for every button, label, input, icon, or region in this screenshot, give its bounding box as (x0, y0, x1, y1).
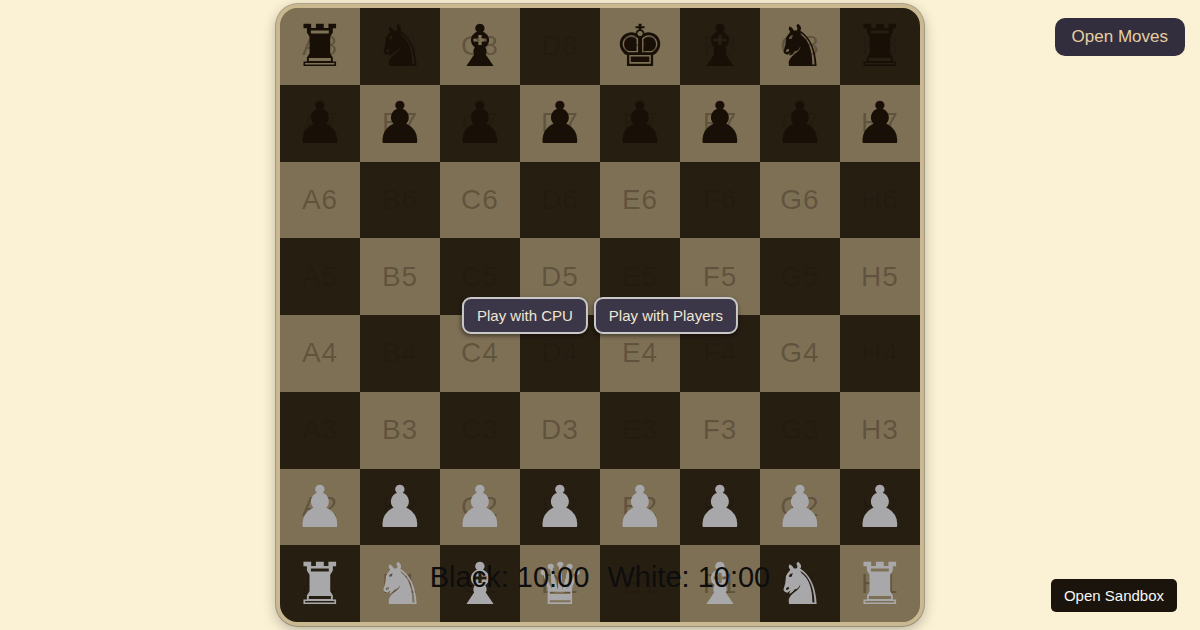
square-h3[interactable]: H3 (840, 392, 920, 469)
square-d8[interactable]: D8 (520, 8, 600, 85)
piece-black-rook[interactable]: ♜ (294, 17, 346, 75)
piece-white-pawn[interactable]: ♟ (694, 478, 746, 536)
square-d6[interactable]: D6 (520, 162, 600, 239)
square-h7[interactable]: H7♟ (840, 85, 920, 162)
square-label: B5 (360, 238, 440, 315)
piece-white-knight[interactable]: ♞ (774, 555, 826, 613)
piece-black-bishop[interactable]: ♝ (454, 17, 506, 75)
square-label: G6 (760, 162, 840, 239)
square-b6[interactable]: B6 (360, 162, 440, 239)
square-b4[interactable]: B4 (360, 315, 440, 392)
play-mode-buttons: Play with CPU Play with Players (462, 297, 738, 334)
piece-black-pawn[interactable]: ♟ (854, 94, 906, 152)
square-c8[interactable]: C8♝ (440, 8, 520, 85)
play-with-cpu-button[interactable]: Play with CPU (462, 297, 588, 334)
square-h5[interactable]: H5 (840, 238, 920, 315)
piece-black-rook[interactable]: ♜ (854, 17, 906, 75)
play-with-players-button[interactable]: Play with Players (594, 297, 738, 334)
square-g1[interactable]: G1♞ (760, 545, 840, 622)
square-f2[interactable]: F2♟ (680, 469, 760, 546)
piece-white-pawn[interactable]: ♟ (614, 478, 666, 536)
square-label: A4 (280, 315, 360, 392)
square-b5[interactable]: B5 (360, 238, 440, 315)
square-b8[interactable]: B8♞ (360, 8, 440, 85)
square-a5[interactable]: A5 (280, 238, 360, 315)
piece-black-king[interactable]: ♚ (614, 17, 666, 75)
open-moves-button[interactable]: Open Moves (1055, 18, 1185, 56)
square-label: A6 (280, 162, 360, 239)
square-c7[interactable]: C7♟ (440, 85, 520, 162)
square-label: F3 (680, 392, 760, 469)
square-b1[interactable]: B1♞ (360, 545, 440, 622)
square-label: D6 (520, 162, 600, 239)
open-sandbox-button[interactable]: Open Sandbox (1051, 579, 1177, 612)
square-e8[interactable]: E8♚ (600, 8, 680, 85)
square-c3[interactable]: C3 (440, 392, 520, 469)
square-e3[interactable]: E3 (600, 392, 680, 469)
square-f3[interactable]: F3 (680, 392, 760, 469)
square-a7[interactable]: A7♟ (280, 85, 360, 162)
piece-black-bishop[interactable]: ♝ (694, 17, 746, 75)
square-g5[interactable]: G5 (760, 238, 840, 315)
piece-white-pawn[interactable]: ♟ (294, 478, 346, 536)
square-label: H3 (840, 392, 920, 469)
piece-black-pawn[interactable]: ♟ (614, 94, 666, 152)
square-label: H5 (840, 238, 920, 315)
piece-black-pawn[interactable]: ♟ (694, 94, 746, 152)
square-a6[interactable]: A6 (280, 162, 360, 239)
square-h2[interactable]: H2♟ (840, 469, 920, 546)
square-label: B6 (360, 162, 440, 239)
square-label: F6 (680, 162, 760, 239)
square-label: E6 (600, 162, 680, 239)
square-c6[interactable]: C6 (440, 162, 520, 239)
piece-black-pawn[interactable]: ♟ (294, 94, 346, 152)
square-label: H6 (840, 162, 920, 239)
square-g3[interactable]: G3 (760, 392, 840, 469)
white-clock: White: 10:00 (607, 561, 770, 594)
square-a1[interactable]: A1♜ (280, 545, 360, 622)
piece-white-pawn[interactable]: ♟ (374, 478, 426, 536)
piece-white-pawn[interactable]: ♟ (454, 478, 506, 536)
square-b7[interactable]: B7♟ (360, 85, 440, 162)
square-label: A3 (280, 392, 360, 469)
square-label: G3 (760, 392, 840, 469)
piece-black-knight[interactable]: ♞ (774, 17, 826, 75)
square-label: C6 (440, 162, 520, 239)
piece-white-rook[interactable]: ♜ (294, 555, 346, 613)
square-label: E3 (600, 392, 680, 469)
square-d3[interactable]: D3 (520, 392, 600, 469)
square-label: H4 (840, 315, 920, 392)
square-a8[interactable]: A8♜ (280, 8, 360, 85)
square-g8[interactable]: G8♞ (760, 8, 840, 85)
square-e7[interactable]: E7♟ (600, 85, 680, 162)
square-g4[interactable]: G4 (760, 315, 840, 392)
piece-white-pawn[interactable]: ♟ (774, 478, 826, 536)
piece-white-pawn[interactable]: ♟ (534, 478, 586, 536)
square-c2[interactable]: C2♟ (440, 469, 520, 546)
piece-black-pawn[interactable]: ♟ (534, 94, 586, 152)
square-label: G4 (760, 315, 840, 392)
square-e2[interactable]: E2♟ (600, 469, 680, 546)
square-g7[interactable]: G7♟ (760, 85, 840, 162)
square-label: C3 (440, 392, 520, 469)
square-label: G5 (760, 238, 840, 315)
square-label: D3 (520, 392, 600, 469)
square-a4[interactable]: A4 (280, 315, 360, 392)
piece-black-pawn[interactable]: ♟ (454, 94, 506, 152)
black-clock: Black: 10:00 (430, 561, 590, 594)
piece-black-knight[interactable]: ♞ (374, 17, 426, 75)
square-label: B4 (360, 315, 440, 392)
square-f8[interactable]: F8♝ (680, 8, 760, 85)
square-d7[interactable]: D7♟ (520, 85, 600, 162)
game-clocks: Black: 10:00 White: 10:00 (430, 561, 770, 594)
square-label: D8 (520, 8, 600, 85)
square-g6[interactable]: G6 (760, 162, 840, 239)
piece-black-pawn[interactable]: ♟ (374, 94, 426, 152)
square-h8[interactable]: H8♜ (840, 8, 920, 85)
square-d2[interactable]: D2♟ (520, 469, 600, 546)
square-label: B3 (360, 392, 440, 469)
square-f7[interactable]: F7♟ (680, 85, 760, 162)
square-b3[interactable]: B3 (360, 392, 440, 469)
square-h1[interactable]: H1♜ (840, 545, 920, 622)
square-label: A5 (280, 238, 360, 315)
square-a3[interactable]: A3 (280, 392, 360, 469)
piece-white-pawn[interactable]: ♟ (854, 478, 906, 536)
square-h4[interactable]: H4 (840, 315, 920, 392)
piece-black-pawn[interactable]: ♟ (774, 94, 826, 152)
piece-white-rook[interactable]: ♜ (854, 555, 906, 613)
piece-white-knight[interactable]: ♞ (374, 555, 426, 613)
square-b2[interactable]: B2♟ (360, 469, 440, 546)
square-e6[interactable]: E6 (600, 162, 680, 239)
square-h6[interactable]: H6 (840, 162, 920, 239)
square-g2[interactable]: G2♟ (760, 469, 840, 546)
square-a2[interactable]: A2♟ (280, 469, 360, 546)
square-f6[interactable]: F6 (680, 162, 760, 239)
